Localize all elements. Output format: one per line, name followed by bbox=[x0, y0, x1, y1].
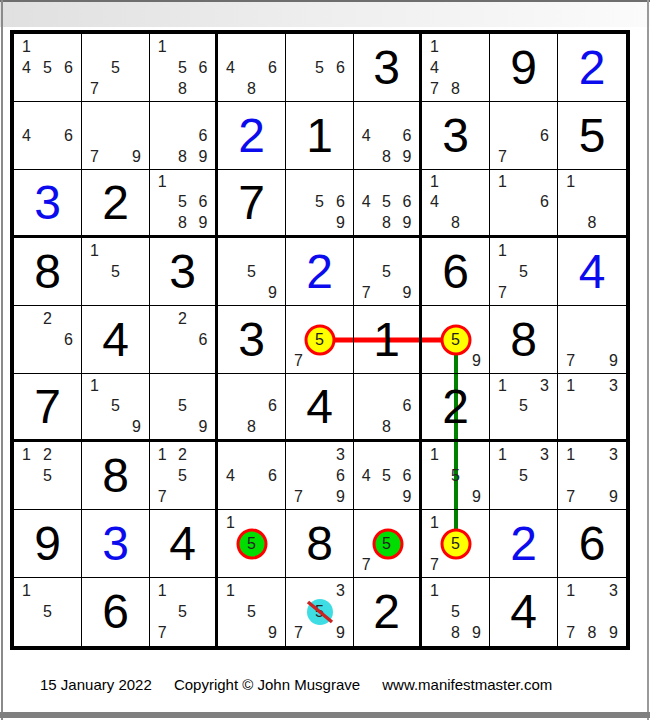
candidate-4 bbox=[152, 192, 172, 212]
candidate-6 bbox=[397, 261, 417, 282]
candidate-3 bbox=[262, 36, 283, 57]
candidate-8 bbox=[172, 486, 192, 507]
candidate-7: 7 bbox=[560, 350, 581, 371]
candidate-6: 6 bbox=[262, 396, 283, 416]
pencil-marks: 3679 bbox=[288, 444, 351, 507]
candidate-3 bbox=[58, 580, 79, 601]
cell-r5c9[interactable]: 79 bbox=[558, 306, 626, 374]
candidate-5 bbox=[376, 125, 396, 146]
candidate-3 bbox=[58, 104, 79, 125]
candidate-1 bbox=[288, 36, 309, 57]
pencil-marks: 1379 bbox=[560, 444, 624, 507]
footer-website: www.manifestmaster.com bbox=[382, 676, 552, 693]
candidate-1: 1 bbox=[560, 580, 581, 601]
candidate-2 bbox=[241, 444, 262, 465]
candidate-8 bbox=[513, 213, 534, 233]
cell-r6c4[interactable]: 68 bbox=[218, 374, 286, 442]
candidate-4 bbox=[84, 125, 105, 146]
candidate-4 bbox=[84, 261, 105, 282]
candidate-1 bbox=[356, 172, 376, 192]
cell-r4c7[interactable]: 6 bbox=[422, 238, 490, 306]
candidate-3: 3 bbox=[534, 444, 555, 465]
cell-r8c1[interactable]: 9 bbox=[14, 510, 82, 578]
cell-r1c1[interactable]: 1456 bbox=[14, 34, 82, 102]
cell-r6c9[interactable]: 13 bbox=[558, 374, 626, 442]
candidate-8 bbox=[241, 486, 262, 507]
candidate-4 bbox=[220, 533, 241, 554]
cell-r3c8[interactable]: 16 bbox=[490, 170, 558, 238]
cell-r7c5[interactable]: 3679 bbox=[286, 442, 354, 510]
candidate-6: 6 bbox=[58, 329, 79, 350]
candidate-7 bbox=[220, 554, 241, 575]
pencil-marks: 1456 bbox=[16, 36, 79, 99]
candidate-4 bbox=[152, 329, 172, 350]
candidate-7: 7 bbox=[356, 282, 376, 303]
cell-r5c2[interactable]: 4 bbox=[82, 306, 150, 374]
candidate-4 bbox=[560, 396, 581, 416]
cell-r1c5[interactable]: 56 bbox=[286, 34, 354, 102]
candidate-7: 7 bbox=[492, 146, 513, 167]
cell-r9c5[interactable]: 3579 bbox=[286, 578, 354, 646]
cell-r7c1[interactable]: 125 bbox=[14, 442, 82, 510]
candidate-9: 9 bbox=[330, 486, 351, 507]
cell-r2c5[interactable]: 1 bbox=[286, 102, 354, 170]
candidate-2 bbox=[105, 240, 126, 261]
cell-r3c1[interactable]: 3 bbox=[14, 170, 82, 238]
cell-r2c3[interactable]: 689 bbox=[150, 102, 218, 170]
cell-r8c6[interactable]: 57 bbox=[354, 510, 422, 578]
candidate-4 bbox=[492, 261, 513, 282]
pencil-marks: 79 bbox=[560, 308, 624, 371]
candidate-7: 7 bbox=[84, 78, 105, 99]
candidate-2 bbox=[581, 376, 602, 396]
candidate-4 bbox=[492, 192, 513, 212]
cell-r1c4[interactable]: 468 bbox=[218, 34, 286, 102]
candidate-4 bbox=[84, 57, 105, 78]
candidate-5 bbox=[172, 329, 192, 350]
pencil-marks: 1478 bbox=[424, 36, 487, 99]
candidate-1: 1 bbox=[220, 512, 241, 533]
cell-r8c5[interactable]: 8 bbox=[286, 510, 354, 578]
cell-r6c5[interactable]: 4 bbox=[286, 374, 354, 442]
candidate-9 bbox=[193, 350, 213, 371]
cell-r9c4[interactable]: 159 bbox=[218, 578, 286, 646]
candidate-3 bbox=[397, 512, 417, 533]
candidate-1: 1 bbox=[560, 444, 581, 465]
candidate-4 bbox=[356, 533, 376, 554]
candidate-8 bbox=[445, 486, 466, 507]
candidate-5: 5 bbox=[172, 192, 192, 212]
cell-r1c3[interactable]: 1568 bbox=[150, 34, 218, 102]
cell-r7c2[interactable]: 8 bbox=[82, 442, 150, 510]
cell-r5c6[interactable]: 1 bbox=[354, 306, 422, 374]
cell-r4c5[interactable]: 2 bbox=[286, 238, 354, 306]
candidate-3 bbox=[330, 36, 351, 57]
candidate-7 bbox=[152, 350, 172, 371]
candidate-1 bbox=[220, 36, 241, 57]
candidate-4 bbox=[356, 261, 376, 282]
candidate-3 bbox=[193, 172, 213, 192]
cell-r5c8[interactable]: 8 bbox=[490, 306, 558, 374]
candidate-4 bbox=[220, 261, 241, 282]
candidate-3: 3 bbox=[603, 376, 624, 396]
cell-r6c7[interactable]: 2 bbox=[422, 374, 490, 442]
cell-r2c1[interactable]: 46 bbox=[14, 102, 82, 170]
candidate-6 bbox=[466, 601, 487, 622]
pencil-marks: 468 bbox=[220, 36, 283, 99]
candidate-3 bbox=[466, 580, 487, 601]
candidate-8 bbox=[581, 486, 602, 507]
candidate-2 bbox=[309, 172, 330, 192]
candidate-9: 9 bbox=[262, 282, 283, 303]
cell-r1c2[interactable]: 57 bbox=[82, 34, 150, 102]
pencil-marks: 15 bbox=[16, 580, 79, 644]
candidate-9: 9 bbox=[193, 417, 213, 437]
cell-r9c7[interactable]: 1589 bbox=[422, 578, 490, 646]
pencil-marks: 157 bbox=[424, 512, 487, 575]
candidate-8 bbox=[513, 282, 534, 303]
candidate-4: 4 bbox=[220, 465, 241, 486]
candidate-6: 6 bbox=[193, 329, 213, 350]
cell-r9c3[interactable]: 157 bbox=[150, 578, 218, 646]
right-window-edge bbox=[647, 0, 649, 720]
candidate-5 bbox=[581, 192, 602, 212]
candidate-6 bbox=[466, 57, 487, 78]
candidate-7 bbox=[288, 213, 309, 233]
candidate-3 bbox=[466, 36, 487, 57]
cell-r4c1[interactable]: 8 bbox=[14, 238, 82, 306]
candidate-3 bbox=[262, 376, 283, 396]
candidate-8 bbox=[309, 213, 330, 233]
cell-r2c8[interactable]: 67 bbox=[490, 102, 558, 170]
candidate-2 bbox=[241, 376, 262, 396]
candidate-9 bbox=[193, 486, 213, 507]
candidate-3 bbox=[397, 172, 417, 192]
candidate-2 bbox=[445, 308, 466, 329]
pencil-marks: 57 bbox=[84, 36, 147, 99]
candidate-1: 1 bbox=[492, 376, 513, 396]
cell-r3c7[interactable]: 148 bbox=[422, 170, 490, 238]
candidate-8 bbox=[105, 417, 126, 437]
candidate-2 bbox=[376, 376, 396, 396]
candidate-4 bbox=[560, 192, 581, 212]
cell-r7c3[interactable]: 1257 bbox=[150, 442, 218, 510]
cell-r8c9[interactable]: 6 bbox=[558, 510, 626, 578]
pencil-marks: 13789 bbox=[560, 580, 624, 644]
candidate-8 bbox=[513, 417, 534, 437]
pencil-marks: 569 bbox=[288, 172, 351, 233]
cell-r2c7[interactable]: 3 bbox=[422, 102, 490, 170]
pencil-marks: 1589 bbox=[424, 580, 487, 644]
candidate-6 bbox=[330, 601, 351, 622]
candidate-2 bbox=[581, 444, 602, 465]
candidate-3 bbox=[466, 512, 487, 533]
cell-r1c7[interactable]: 1478 bbox=[422, 34, 490, 102]
cell-r8c8[interactable]: 2 bbox=[490, 510, 558, 578]
candidate-9 bbox=[58, 486, 79, 507]
candidate-2 bbox=[513, 240, 534, 261]
candidate-8 bbox=[376, 554, 396, 575]
candidate-8: 8 bbox=[172, 213, 192, 233]
candidate-5: 5 bbox=[376, 192, 396, 212]
candidate-7 bbox=[424, 213, 445, 233]
candidate-9: 9 bbox=[397, 486, 417, 507]
candidate-3: 3 bbox=[534, 376, 555, 396]
cell-r1c8[interactable]: 9 bbox=[490, 34, 558, 102]
candidate-8: 8 bbox=[376, 213, 396, 233]
cell-r2c9[interactable]: 5 bbox=[558, 102, 626, 170]
candidate-7: 7 bbox=[560, 486, 581, 507]
candidate-2 bbox=[513, 444, 534, 465]
candidate-6: 6 bbox=[397, 192, 417, 212]
candidate-9 bbox=[603, 417, 624, 437]
candidate-3 bbox=[397, 444, 417, 465]
candidate-5: 5 bbox=[105, 396, 126, 416]
candidate-8 bbox=[376, 282, 396, 303]
candidate-9: 9 bbox=[397, 213, 417, 233]
candidate-5: 5 bbox=[172, 396, 192, 416]
cell-r4c8[interactable]: 157 bbox=[490, 238, 558, 306]
candidate-7 bbox=[16, 486, 37, 507]
left-window-edge bbox=[1, 0, 3, 720]
candidate-8 bbox=[445, 350, 466, 371]
candidate-5 bbox=[376, 396, 396, 416]
candidate-2 bbox=[376, 104, 396, 125]
candidate-9 bbox=[466, 78, 487, 99]
pencil-marks: 45689 bbox=[356, 172, 417, 233]
candidate-1 bbox=[84, 36, 105, 57]
cell-r8c3[interactable]: 4 bbox=[150, 510, 218, 578]
cell-r3c6[interactable]: 45689 bbox=[354, 170, 422, 238]
cell-r9c2[interactable]: 6 bbox=[82, 578, 150, 646]
candidate-8 bbox=[172, 623, 192, 644]
candidate-8: 8 bbox=[581, 213, 602, 233]
candidate-9: 9 bbox=[126, 146, 147, 167]
cell-r6c8[interactable]: 135 bbox=[490, 374, 558, 442]
candidate-4 bbox=[16, 601, 37, 622]
cell-r9c1[interactable]: 15 bbox=[14, 578, 82, 646]
pencil-marks: 57 bbox=[288, 308, 351, 371]
candidate-9 bbox=[397, 554, 417, 575]
pencil-marks: 1568 bbox=[152, 36, 213, 99]
candidate-2 bbox=[376, 444, 396, 465]
candidate-6: 6 bbox=[397, 396, 417, 416]
candidate-7 bbox=[16, 350, 37, 371]
candidate-7 bbox=[16, 78, 37, 99]
candidate-9 bbox=[466, 554, 487, 575]
pencil-marks: 157 bbox=[492, 240, 555, 303]
candidate-6: 6 bbox=[262, 57, 283, 78]
pencil-marks: 15 bbox=[220, 512, 283, 575]
candidate-1: 1 bbox=[424, 172, 445, 192]
candidate-3: 3 bbox=[330, 580, 351, 601]
candidate-6: 6 bbox=[193, 125, 213, 146]
candidate-6 bbox=[534, 396, 555, 416]
cell-r7c7[interactable]: 159 bbox=[422, 442, 490, 510]
pencil-marks: 59 bbox=[152, 376, 213, 437]
candidate-5: 5 bbox=[37, 57, 58, 78]
candidate-5: 5 bbox=[445, 329, 466, 350]
candidate-6 bbox=[126, 125, 147, 146]
candidate-4 bbox=[152, 125, 172, 146]
candidate-2 bbox=[376, 172, 396, 192]
cell-r9c8[interactable]: 4 bbox=[490, 578, 558, 646]
candidate-9: 9 bbox=[126, 417, 147, 437]
cell-r7c9[interactable]: 1379 bbox=[558, 442, 626, 510]
cell-r2c2[interactable]: 79 bbox=[82, 102, 150, 170]
cell-r5c7[interactable]: 59 bbox=[422, 306, 490, 374]
cell-r3c3[interactable]: 15689 bbox=[150, 170, 218, 238]
candidate-5 bbox=[513, 192, 534, 212]
cell-r8c4[interactable]: 15 bbox=[218, 510, 286, 578]
cell-r6c2[interactable]: 159 bbox=[82, 374, 150, 442]
top-scrollbar-track[interactable] bbox=[0, 2, 650, 27]
candidate-7 bbox=[560, 213, 581, 233]
candidate-4 bbox=[152, 601, 172, 622]
candidate-5: 5 bbox=[513, 465, 534, 486]
candidate-7 bbox=[356, 146, 376, 167]
candidate-3 bbox=[193, 104, 213, 125]
cell-r1c6[interactable]: 3 bbox=[354, 34, 422, 102]
candidate-2 bbox=[445, 580, 466, 601]
cell-r7c6[interactable]: 4569 bbox=[354, 442, 422, 510]
footer-copyright: Copyright © John Musgrave bbox=[174, 676, 360, 693]
candidate-1: 1 bbox=[152, 36, 172, 57]
candidate-9 bbox=[330, 350, 351, 371]
candidate-2 bbox=[376, 240, 396, 261]
candidate-4 bbox=[220, 396, 241, 416]
candidate-1: 1 bbox=[492, 444, 513, 465]
bottom-scrollbar-track[interactable] bbox=[0, 712, 650, 718]
cell-r4c4[interactable]: 59 bbox=[218, 238, 286, 306]
candidate-1 bbox=[356, 512, 376, 533]
cell-r4c9[interactable]: 4 bbox=[558, 238, 626, 306]
candidate-1 bbox=[16, 104, 37, 125]
candidate-1 bbox=[288, 444, 309, 465]
candidate-4 bbox=[424, 601, 445, 622]
cell-r2c4[interactable]: 2 bbox=[218, 102, 286, 170]
cell-r5c3[interactable]: 26 bbox=[150, 306, 218, 374]
cell-r4c3[interactable]: 3 bbox=[150, 238, 218, 306]
cell-r6c6[interactable]: 68 bbox=[354, 374, 422, 442]
pencil-marks: 135 bbox=[492, 444, 555, 507]
pencil-marks: 15689 bbox=[152, 172, 213, 233]
candidate-5: 5 bbox=[445, 533, 466, 554]
cell-r9c9[interactable]: 13789 bbox=[558, 578, 626, 646]
cell-r5c5[interactable]: 57 bbox=[286, 306, 354, 374]
candidate-6 bbox=[58, 601, 79, 622]
candidate-4 bbox=[84, 396, 105, 416]
candidate-1 bbox=[152, 376, 172, 396]
candidate-9 bbox=[466, 213, 487, 233]
candidate-8 bbox=[105, 282, 126, 303]
pencil-marks: 57 bbox=[356, 512, 417, 575]
candidate-8 bbox=[513, 146, 534, 167]
candidate-3 bbox=[126, 36, 147, 57]
candidate-7: 7 bbox=[288, 623, 309, 644]
candidate-4 bbox=[492, 125, 513, 146]
candidate-1 bbox=[152, 308, 172, 329]
candidate-3 bbox=[466, 172, 487, 192]
cell-r6c3[interactable]: 59 bbox=[150, 374, 218, 442]
candidate-5 bbox=[309, 465, 330, 486]
candidate-9: 9 bbox=[603, 350, 624, 371]
candidate-1: 1 bbox=[560, 172, 581, 192]
candidate-3 bbox=[193, 580, 213, 601]
candidate-1: 1 bbox=[424, 444, 445, 465]
candidate-3 bbox=[58, 444, 79, 465]
candidate-6: 6 bbox=[330, 465, 351, 486]
cell-r1c9[interactable]: 2 bbox=[558, 34, 626, 102]
candidate-2 bbox=[513, 104, 534, 125]
candidate-7 bbox=[560, 417, 581, 437]
candidate-1: 1 bbox=[424, 512, 445, 533]
candidate-1 bbox=[220, 444, 241, 465]
candidate-7 bbox=[220, 486, 241, 507]
cell-r3c9[interactable]: 18 bbox=[558, 170, 626, 238]
candidate-2 bbox=[581, 172, 602, 192]
candidate-8 bbox=[37, 623, 58, 644]
cell-r5c1[interactable]: 26 bbox=[14, 306, 82, 374]
candidate-9 bbox=[262, 554, 283, 575]
sudoku-grid: 1456571568468563147892467968921468936753… bbox=[14, 34, 626, 646]
cell-r5c4[interactable]: 3 bbox=[218, 306, 286, 374]
sudoku-board: 1456571568468563147892467968921468936753… bbox=[10, 30, 630, 650]
candidate-3 bbox=[534, 104, 555, 125]
cell-r6c1[interactable]: 7 bbox=[14, 374, 82, 442]
candidate-6: 6 bbox=[330, 57, 351, 78]
candidate-6 bbox=[193, 601, 213, 622]
cell-r3c5[interactable]: 569 bbox=[286, 170, 354, 238]
cell-r8c7[interactable]: 157 bbox=[422, 510, 490, 578]
candidate-3 bbox=[466, 444, 487, 465]
candidate-9 bbox=[58, 78, 79, 99]
candidate-5: 5 bbox=[309, 601, 330, 622]
candidate-9 bbox=[262, 78, 283, 99]
candidate-9: 9 bbox=[397, 282, 417, 303]
cell-r4c6[interactable]: 579 bbox=[354, 238, 422, 306]
candidate-9 bbox=[126, 282, 147, 303]
cell-r7c8[interactable]: 135 bbox=[490, 442, 558, 510]
cell-r8c2[interactable]: 3 bbox=[82, 510, 150, 578]
candidate-4: 4 bbox=[424, 192, 445, 212]
candidate-1: 1 bbox=[220, 580, 241, 601]
candidate-5: 5 bbox=[376, 261, 396, 282]
candidate-2 bbox=[172, 580, 192, 601]
candidate-7: 7 bbox=[288, 350, 309, 371]
cell-r3c2[interactable]: 2 bbox=[82, 170, 150, 238]
candidate-9 bbox=[193, 623, 213, 644]
candidate-9 bbox=[193, 78, 213, 99]
cell-r2c6[interactable]: 4689 bbox=[354, 102, 422, 170]
cell-r9c6[interactable]: 2 bbox=[354, 578, 422, 646]
cell-r4c2[interactable]: 15 bbox=[82, 238, 150, 306]
pencil-marks: 4569 bbox=[356, 444, 417, 507]
cell-r7c4[interactable]: 46 bbox=[218, 442, 286, 510]
candidate-6 bbox=[466, 329, 487, 350]
candidate-7 bbox=[84, 417, 105, 437]
cell-r3c4[interactable]: 7 bbox=[218, 170, 286, 238]
candidate-6 bbox=[126, 396, 147, 416]
candidate-5 bbox=[241, 465, 262, 486]
candidate-5: 5 bbox=[172, 601, 192, 622]
pencil-marks: 16 bbox=[492, 172, 555, 233]
footer-date: 15 January 2022 bbox=[40, 676, 152, 693]
candidate-9 bbox=[330, 78, 351, 99]
candidate-8 bbox=[513, 486, 534, 507]
candidate-4 bbox=[560, 465, 581, 486]
candidate-6 bbox=[603, 465, 624, 486]
